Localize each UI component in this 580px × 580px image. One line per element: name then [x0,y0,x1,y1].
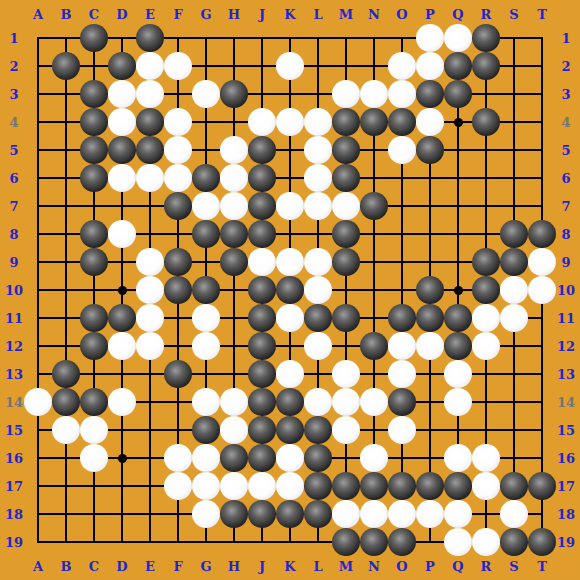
stone-white [164,108,192,136]
stone-white [80,416,108,444]
stone-white [304,108,332,136]
coord-label-right-3: 3 [561,87,570,102]
coord-label-left-16: 16 [5,451,23,466]
stone-black [80,108,108,136]
stone-black [220,500,248,528]
stone-black [304,304,332,332]
stone-black [136,136,164,164]
stone-white [164,472,192,500]
stone-white [136,276,164,304]
stone-white [500,500,528,528]
stone-white [164,164,192,192]
stone-white [304,332,332,360]
coord-label-bottom-F: F [173,559,182,574]
stone-white [360,444,388,472]
coord-label-bottom-P: P [425,559,435,574]
stone-white [108,108,136,136]
stone-white [276,304,304,332]
stone-black [192,276,220,304]
coord-label-right-16: 16 [557,451,575,466]
coord-label-left-1: 1 [9,31,18,46]
stone-white [136,52,164,80]
stone-white [192,192,220,220]
stone-white [528,248,556,276]
stone-white [332,500,360,528]
stone-black [444,304,472,332]
stone-white [444,24,472,52]
stone-black [248,388,276,416]
stone-white [332,388,360,416]
stone-black [248,276,276,304]
coord-label-bottom-Q: Q [452,559,463,574]
stone-black [164,192,192,220]
coord-label-bottom-G: G [200,559,211,574]
coord-label-bottom-N: N [368,559,380,574]
coord-label-left-10: 10 [5,283,23,298]
coord-label-top-O: O [396,7,407,22]
coord-label-right-14: 14 [557,395,575,410]
coord-label-top-P: P [425,7,435,22]
coord-label-right-10: 10 [557,283,575,298]
stone-white [388,360,416,388]
stone-black [388,528,416,556]
stone-black [192,416,220,444]
coord-label-bottom-L: L [313,559,322,574]
stone-black [80,388,108,416]
stone-black [388,388,416,416]
stone-black [472,276,500,304]
stone-white [388,52,416,80]
stone-black [52,360,80,388]
stone-white [276,360,304,388]
stone-white [500,276,528,304]
stone-white [192,500,220,528]
stone-white [304,388,332,416]
stone-black [332,528,360,556]
coord-label-left-8: 8 [9,227,18,242]
coord-label-left-17: 17 [5,479,23,494]
stone-black [192,220,220,248]
stone-black [108,304,136,332]
coord-label-top-K: K [284,7,295,22]
stone-black [444,332,472,360]
stone-white [276,108,304,136]
stone-white [472,444,500,472]
stone-white [220,472,248,500]
stone-black [248,416,276,444]
coord-label-bottom-E: E [145,559,155,574]
stone-white [304,164,332,192]
stone-black [192,164,220,192]
stone-white [192,472,220,500]
stone-black [52,52,80,80]
coord-label-top-R: R [481,7,492,22]
stone-white [192,388,220,416]
star-point [118,454,127,463]
stone-white [276,472,304,500]
coord-label-bottom-K: K [284,559,295,574]
stone-black [80,80,108,108]
coord-label-top-D: D [116,7,127,22]
stone-black [500,472,528,500]
stone-black [248,220,276,248]
stone-black [108,136,136,164]
stone-black [80,304,108,332]
stone-white [444,388,472,416]
stone-black [80,248,108,276]
stone-black [304,500,332,528]
stones-layer [24,24,556,556]
stone-black [220,444,248,472]
stone-white [388,416,416,444]
coord-label-left-3: 3 [9,87,18,102]
stone-white [528,276,556,304]
stone-black [220,80,248,108]
stone-white [136,164,164,192]
coord-label-left-4: 4 [9,115,18,130]
stone-black [444,472,472,500]
coord-label-left-12: 12 [5,339,23,354]
stone-white [276,52,304,80]
coord-label-left-5: 5 [9,143,18,158]
stone-black [332,304,360,332]
stone-black [164,360,192,388]
stone-black [388,472,416,500]
stone-black [276,500,304,528]
coord-label-bottom-S: S [509,559,518,574]
coord-label-top-J: J [259,7,265,22]
coord-label-top-C: C [89,7,99,22]
stone-black [332,248,360,276]
coord-label-top-Q: Q [452,7,463,22]
coord-label-top-F: F [173,7,182,22]
stone-black [360,192,388,220]
stone-black [52,388,80,416]
stone-white [220,192,248,220]
stone-white [248,472,276,500]
stone-black [248,136,276,164]
coord-label-right-4: 4 [561,115,570,130]
coord-label-bottom-R: R [481,559,492,574]
coord-label-bottom-M: M [339,559,353,574]
stone-white [24,388,52,416]
stone-black [528,220,556,248]
stone-white [108,388,136,416]
stone-white [332,360,360,388]
stone-white [276,444,304,472]
coord-label-right-1: 1 [561,31,570,46]
stone-black [528,472,556,500]
coord-label-bottom-D: D [116,559,127,574]
coord-label-right-18: 18 [557,507,575,522]
coord-label-right-11: 11 [557,311,575,326]
stone-white [108,220,136,248]
stone-black [220,220,248,248]
stone-white [220,136,248,164]
stone-white [192,332,220,360]
stone-white [360,388,388,416]
stone-black [444,80,472,108]
stone-white [220,416,248,444]
stone-white [444,528,472,556]
coord-label-top-T: T [537,7,547,22]
stone-black [500,528,528,556]
star-point [118,286,127,295]
stone-white [472,304,500,332]
stone-white [304,248,332,276]
stone-black [416,472,444,500]
stone-white [388,136,416,164]
coord-label-left-11: 11 [5,311,23,326]
coord-label-bottom-O: O [396,559,407,574]
stone-white [416,500,444,528]
stone-white [248,108,276,136]
stone-white [416,24,444,52]
stone-white [472,332,500,360]
stone-black [360,528,388,556]
coord-label-left-13: 13 [5,367,23,382]
stone-white [360,80,388,108]
coord-label-right-2: 2 [561,59,570,74]
stone-black [80,164,108,192]
stone-white [500,304,528,332]
coord-label-bottom-B: B [61,559,72,574]
stone-black [248,500,276,528]
coord-label-left-7: 7 [9,199,18,214]
coord-label-left-15: 15 [5,423,23,438]
stone-black [248,360,276,388]
stone-black [164,276,192,304]
stone-white [220,164,248,192]
stone-white [192,444,220,472]
stone-white [304,276,332,304]
stone-black [360,332,388,360]
stone-black [332,472,360,500]
stone-black [388,304,416,332]
stone-black [276,416,304,444]
stone-white [80,444,108,472]
stone-white [472,528,500,556]
coord-label-top-S: S [509,7,518,22]
stone-black [136,108,164,136]
stone-black [472,108,500,136]
stone-black [304,472,332,500]
stone-black [80,24,108,52]
stone-white [416,332,444,360]
stone-black [164,248,192,276]
stone-white [444,444,472,472]
stone-white [276,248,304,276]
coord-label-left-2: 2 [9,59,18,74]
stone-white [136,304,164,332]
coord-label-right-15: 15 [557,423,575,438]
stone-black [332,136,360,164]
coord-label-top-G: G [200,7,211,22]
stone-black [248,332,276,360]
stone-white [388,500,416,528]
stone-white [108,164,136,192]
stone-white [388,80,416,108]
stone-black [276,276,304,304]
stone-white [136,248,164,276]
coord-label-top-L: L [313,7,322,22]
stone-white [332,192,360,220]
stone-white [136,332,164,360]
coord-label-right-17: 17 [557,479,575,494]
coord-label-top-B: B [61,7,72,22]
stone-white [192,80,220,108]
stone-white [416,52,444,80]
stone-white [416,108,444,136]
stone-white [164,52,192,80]
stone-white [248,248,276,276]
stone-black [500,248,528,276]
stone-black [416,276,444,304]
stone-black [248,304,276,332]
stone-white [52,416,80,444]
stone-black [304,444,332,472]
stone-black [220,248,248,276]
stone-white [108,80,136,108]
stone-black [416,304,444,332]
stone-black [332,164,360,192]
coord-label-top-A: A [33,7,43,22]
coord-label-right-9: 9 [561,255,570,270]
stone-black [472,24,500,52]
coord-label-top-N: N [368,7,380,22]
stone-white [332,416,360,444]
stone-black [248,444,276,472]
stone-white [304,192,332,220]
stone-white [444,360,472,388]
stone-white [108,332,136,360]
coord-label-right-5: 5 [561,143,570,158]
coord-label-bottom-A: A [33,559,43,574]
stone-black [388,108,416,136]
stone-black [276,388,304,416]
stone-black [360,472,388,500]
stone-black [304,416,332,444]
stone-white [304,136,332,164]
stone-white [360,500,388,528]
stone-black [248,164,276,192]
stone-black [332,108,360,136]
coord-label-left-18: 18 [5,507,23,522]
stone-white [164,136,192,164]
coord-label-top-H: H [228,7,240,22]
stone-black [500,220,528,248]
coord-label-bottom-C: C [89,559,99,574]
stone-black [416,136,444,164]
stone-white [472,472,500,500]
stone-white [220,388,248,416]
coord-label-bottom-T: T [537,559,547,574]
stone-black [416,80,444,108]
stone-black [80,136,108,164]
coord-label-left-9: 9 [9,255,18,270]
stone-white [276,192,304,220]
coord-label-right-19: 19 [557,535,575,550]
stone-black [444,52,472,80]
star-point [454,286,463,295]
star-point [454,118,463,127]
stone-white [332,80,360,108]
go-board[interactable]: ABCDEFGHJKLMNOPQRST ABCDEFGHJKLMNOPQRST … [0,0,580,580]
coord-label-top-E: E [145,7,155,22]
stone-white [388,332,416,360]
stone-black [472,52,500,80]
coord-label-bottom-J: J [259,559,265,574]
stone-black [472,248,500,276]
stone-white [164,444,192,472]
stone-white [444,500,472,528]
stone-black [80,220,108,248]
stone-black [332,220,360,248]
coord-label-right-6: 6 [561,171,570,186]
stone-black [360,108,388,136]
stone-black [136,24,164,52]
stone-black [528,528,556,556]
stone-black [80,332,108,360]
coord-label-right-12: 12 [557,339,575,354]
coord-label-left-14: 14 [5,395,23,410]
stone-black [108,52,136,80]
coord-label-right-7: 7 [561,199,570,214]
stone-black [248,192,276,220]
stone-white [192,304,220,332]
coord-label-bottom-H: H [228,559,240,574]
coord-label-left-6: 6 [9,171,18,186]
coord-label-right-8: 8 [561,227,570,242]
coord-label-right-13: 13 [557,367,575,382]
coord-label-top-M: M [339,7,353,22]
coord-label-left-19: 19 [5,535,23,550]
stone-white [136,80,164,108]
